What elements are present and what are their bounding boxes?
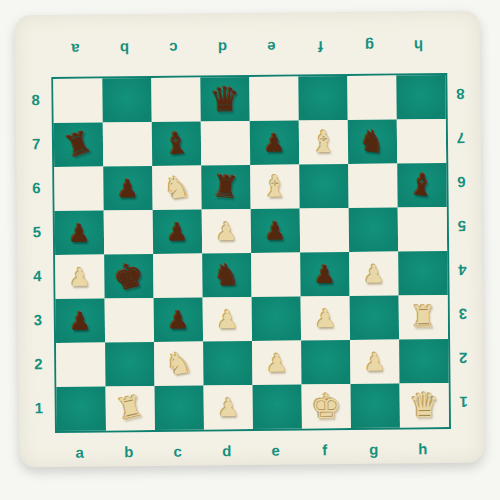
rank-label-1: 1	[450, 381, 476, 425]
photo-scene: abcdefgh 87654321 87654321 abcdefgh ♛♜♝♟…	[0, 0, 500, 500]
piece-light-pawn-e2[interactable]: ♟	[252, 340, 301, 385]
rank-labels-left: 87654321	[22, 77, 52, 429]
file-labels-top: abcdefgh	[51, 33, 443, 63]
rank-label-5: 5	[24, 209, 50, 253]
piece-dark-pawn-a5[interactable]: ♟	[55, 211, 104, 256]
square-b5[interactable]	[104, 210, 153, 255]
square-f6[interactable]	[299, 164, 348, 209]
file-label-f: f	[300, 436, 349, 463]
piece-dark-pawn-e5[interactable]: ♟	[251, 208, 300, 253]
piece-light-knight-c6[interactable]: ♞	[149, 162, 204, 213]
square-f5[interactable]	[300, 208, 349, 253]
piece-light-pawn-d5[interactable]: ♟	[202, 209, 251, 254]
file-label-h: h	[398, 435, 447, 462]
chess-mat: abcdefgh 87654321 87654321 abcdefgh ♛♜♝♟…	[15, 11, 485, 468]
piece-dark-pawn-c5[interactable]: ♟	[153, 209, 202, 254]
square-e8[interactable]	[249, 76, 298, 121]
square-h8[interactable]	[396, 75, 445, 120]
piece-light-rook-h3[interactable]: ♜	[399, 295, 448, 340]
rank-label-1: 1	[26, 385, 52, 429]
square-b8[interactable]	[102, 78, 151, 123]
piece-light-pawn-g2[interactable]: ♟	[350, 339, 399, 384]
file-label-f: f	[296, 34, 345, 61]
piece-dark-pawn-a3[interactable]: ♟	[56, 299, 105, 344]
rank-label-8: 8	[22, 77, 48, 121]
rank-label-4: 4	[449, 249, 475, 293]
square-c4[interactable]	[153, 253, 202, 298]
file-label-c: c	[149, 36, 198, 63]
square-h2[interactable]	[399, 339, 448, 384]
rank-label-3: 3	[25, 297, 51, 341]
rank-label-4: 4	[24, 253, 50, 297]
square-h4[interactable]	[398, 251, 447, 296]
square-a8[interactable]	[53, 79, 102, 124]
square-b2[interactable]	[105, 342, 154, 387]
file-label-b: b	[100, 36, 149, 63]
piece-dark-pawn-e7[interactable]: ♟	[250, 120, 299, 165]
file-label-h: h	[394, 33, 443, 60]
file-labels-bottom: abcdefgh	[55, 435, 447, 465]
piece-dark-bishop-h6[interactable]: ♝	[395, 161, 448, 209]
square-g1[interactable]	[351, 383, 400, 428]
file-label-g: g	[349, 435, 398, 462]
piece-dark-pawn-b6[interactable]: ♟	[103, 166, 152, 211]
piece-light-pawn-a4[interactable]: ♟	[55, 255, 104, 300]
square-c1[interactable]	[155, 385, 204, 430]
piece-light-pawn-f3[interactable]: ♟	[301, 296, 350, 341]
square-h5[interactable]	[398, 207, 447, 252]
piece-light-queen-h1[interactable]: ♛	[400, 383, 449, 428]
square-g6[interactable]	[348, 163, 397, 208]
square-e1[interactable]	[253, 384, 302, 429]
square-b7[interactable]	[103, 122, 152, 167]
rank-label-3: 3	[450, 293, 476, 337]
file-label-b: b	[104, 438, 153, 465]
piece-dark-knight-d4[interactable]: ♞	[202, 253, 251, 298]
square-h7[interactable]	[397, 119, 446, 164]
piece-light-bishop-e6[interactable]: ♝	[250, 164, 299, 209]
square-d7[interactable]	[201, 121, 250, 166]
rank-labels-right: 87654321	[447, 73, 477, 425]
piece-dark-bishop-c7[interactable]: ♝	[150, 119, 204, 168]
square-f2[interactable]	[301, 340, 350, 385]
file-label-a: a	[55, 439, 104, 466]
piece-light-pawn-d1[interactable]: ♟	[204, 385, 253, 430]
piece-light-pawn-d3[interactable]: ♟	[203, 297, 252, 342]
file-label-c: c	[153, 438, 202, 465]
square-e4[interactable]	[251, 252, 300, 297]
square-d2[interactable]	[203, 341, 252, 386]
piece-dark-knight-g7[interactable]: ♞	[345, 117, 399, 167]
rank-label-2: 2	[25, 341, 51, 385]
rank-label-8: 8	[447, 73, 473, 117]
piece-dark-pawn-c3[interactable]: ♟	[154, 297, 203, 342]
piece-dark-pawn-f4[interactable]: ♟	[300, 252, 349, 297]
square-c8[interactable]	[151, 78, 200, 123]
file-label-e: e	[251, 436, 300, 463]
rank-label-5: 5	[449, 205, 475, 249]
piece-light-bishop-f7[interactable]: ♝	[299, 120, 348, 165]
file-label-d: d	[202, 437, 251, 464]
file-label-d: d	[198, 35, 247, 62]
square-b3[interactable]	[105, 298, 154, 343]
piece-light-king-f1[interactable]: ♚	[302, 384, 351, 429]
file-label-e: e	[247, 35, 296, 62]
rank-label-7: 7	[448, 117, 474, 161]
rank-label-7: 7	[23, 121, 49, 165]
rank-label-6: 6	[448, 161, 474, 205]
file-label-g: g	[345, 33, 394, 60]
piece-light-pawn-g4[interactable]: ♟	[349, 251, 398, 296]
piece-dark-rook-d6[interactable]: ♜	[200, 163, 252, 211]
square-a2[interactable]	[56, 343, 105, 388]
square-g8[interactable]	[347, 75, 396, 120]
square-f8[interactable]	[298, 76, 347, 121]
piece-dark-queen-d8[interactable]: ♛	[200, 77, 249, 122]
piece-light-knight-c2[interactable]: ♞	[151, 338, 207, 390]
square-g3[interactable]	[350, 295, 399, 340]
square-g5[interactable]	[349, 207, 398, 252]
file-label-a: a	[51, 37, 100, 64]
square-e3[interactable]	[252, 296, 301, 341]
rank-label-6: 6	[23, 165, 49, 209]
square-a1[interactable]	[57, 387, 106, 432]
rank-label-2: 2	[450, 337, 476, 381]
